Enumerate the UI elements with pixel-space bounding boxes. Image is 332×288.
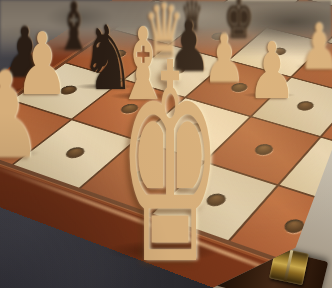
piece-white-pawn: ♟ [299, 15, 332, 79]
piece-black-king: ♚ [224, 0, 254, 47]
piece-black-knight: ♞ [81, 14, 135, 103]
piece-white-king: ♚ [118, 28, 222, 288]
piece-white-queen: ♛ [144, 0, 184, 69]
piece-black-pawn: ♟ [3, 18, 47, 88]
pieces-layer: ♚♛♝♟♟♟♟♟♝♞♟♟♛♚ [0, 0, 332, 288]
piece-white-pawn: ♟ [0, 56, 43, 176]
piece-black-pawn: ♟ [167, 12, 211, 82]
piece-black-queen: ♛ [181, 0, 204, 38]
piece-black-bishop: ♝ [57, 0, 92, 61]
piece-white-pawn: ♟ [248, 32, 297, 110]
piece-white-pawn: ♟ [15, 21, 69, 107]
chess-photo-scene: ♚♛♝♟♟♟♟♟♝♞♟♟♛♚ [0, 0, 332, 288]
piece-white-pawn: ♟ [203, 26, 245, 93]
piece-white-bishop: ♝ [116, 15, 170, 115]
